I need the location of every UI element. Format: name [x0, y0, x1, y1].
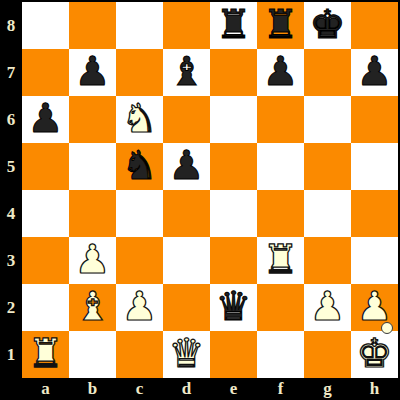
square-b4[interactable] — [69, 190, 116, 237]
square-b1[interactable] — [69, 331, 116, 378]
square-b8[interactable] — [69, 2, 116, 49]
file-label-b: b — [69, 378, 116, 400]
piece-black-pawn: ♟ — [75, 51, 111, 91]
rank-label-7: 7 — [0, 49, 22, 96]
square-e8[interactable]: ♜ — [210, 2, 257, 49]
file-label-e: e — [210, 378, 257, 400]
square-g5[interactable] — [304, 143, 351, 190]
rank-label-4: 4 — [0, 190, 22, 237]
file-label-d: d — [163, 378, 210, 400]
square-c8[interactable] — [116, 2, 163, 49]
piece-white-rook: ♜ — [28, 333, 64, 373]
chess-diagram: 8♜♜♚7♟♝♟♟6♟♞5♞♟43♟♜2♝♟♛♟♟1♜♛♚abcdefgh — [0, 0, 400, 400]
square-g1[interactable] — [304, 331, 351, 378]
piece-black-pawn: ♟ — [169, 145, 205, 185]
square-a3[interactable] — [22, 237, 69, 284]
square-g6[interactable] — [304, 96, 351, 143]
square-g7[interactable] — [304, 49, 351, 96]
square-d7[interactable]: ♝ — [163, 49, 210, 96]
square-h4[interactable] — [351, 190, 398, 237]
square-b2[interactable]: ♝ — [69, 284, 116, 331]
square-c6[interactable]: ♞ — [116, 96, 163, 143]
square-g3[interactable] — [304, 237, 351, 284]
piece-white-queen: ♛ — [169, 333, 205, 373]
square-h5[interactable] — [351, 143, 398, 190]
square-a7[interactable] — [22, 49, 69, 96]
square-d8[interactable] — [163, 2, 210, 49]
piece-white-knight: ♞ — [122, 98, 158, 138]
square-h6[interactable] — [351, 96, 398, 143]
file-label-h: h — [351, 378, 398, 400]
square-e2[interactable]: ♛ — [210, 284, 257, 331]
square-e7[interactable] — [210, 49, 257, 96]
square-c7[interactable] — [116, 49, 163, 96]
square-d3[interactable] — [163, 237, 210, 284]
square-h3[interactable] — [351, 237, 398, 284]
square-g4[interactable] — [304, 190, 351, 237]
chess-board: 8♜♜♚7♟♝♟♟6♟♞5♞♟43♟♜2♝♟♛♟♟1♜♛♚abcdefgh — [0, 0, 400, 400]
white-to-move-indicator — [381, 322, 393, 334]
rank-label-3: 3 — [0, 237, 22, 284]
piece-white-pawn: ♟ — [357, 286, 393, 326]
piece-white-king: ♚ — [357, 333, 393, 373]
square-g2[interactable]: ♟ — [304, 284, 351, 331]
square-a2[interactable] — [22, 284, 69, 331]
square-c1[interactable] — [116, 331, 163, 378]
square-e3[interactable] — [210, 237, 257, 284]
square-a4[interactable] — [22, 190, 69, 237]
square-c2[interactable]: ♟ — [116, 284, 163, 331]
square-a1[interactable]: ♜ — [22, 331, 69, 378]
square-f6[interactable] — [257, 96, 304, 143]
square-d4[interactable] — [163, 190, 210, 237]
frame-corner — [0, 378, 22, 400]
square-c4[interactable] — [116, 190, 163, 237]
square-d1[interactable]: ♛ — [163, 331, 210, 378]
piece-black-pawn: ♟ — [357, 51, 393, 91]
piece-black-bishop: ♝ — [169, 51, 205, 91]
piece-black-queen: ♛ — [216, 286, 252, 326]
square-f3[interactable]: ♜ — [257, 237, 304, 284]
square-e1[interactable] — [210, 331, 257, 378]
piece-black-pawn: ♟ — [263, 51, 299, 91]
file-label-a: a — [22, 378, 69, 400]
square-f2[interactable] — [257, 284, 304, 331]
piece-black-rook: ♜ — [216, 4, 252, 44]
rank-label-6: 6 — [0, 96, 22, 143]
square-h8[interactable] — [351, 2, 398, 49]
square-d5[interactable]: ♟ — [163, 143, 210, 190]
square-h7[interactable]: ♟ — [351, 49, 398, 96]
square-b7[interactable]: ♟ — [69, 49, 116, 96]
square-d2[interactable] — [163, 284, 210, 331]
rank-label-2: 2 — [0, 284, 22, 331]
square-a5[interactable] — [22, 143, 69, 190]
piece-black-knight: ♞ — [122, 145, 158, 185]
square-e6[interactable] — [210, 96, 257, 143]
square-a8[interactable] — [22, 2, 69, 49]
piece-white-bishop: ♝ — [75, 286, 111, 326]
square-a6[interactable]: ♟ — [22, 96, 69, 143]
piece-white-pawn: ♟ — [310, 286, 346, 326]
square-f4[interactable] — [257, 190, 304, 237]
square-b5[interactable] — [69, 143, 116, 190]
piece-black-king: ♚ — [310, 4, 346, 44]
square-f7[interactable]: ♟ — [257, 49, 304, 96]
rank-label-1: 1 — [0, 331, 22, 378]
piece-white-pawn: ♟ — [75, 239, 111, 279]
square-b3[interactable]: ♟ — [69, 237, 116, 284]
square-h1[interactable]: ♚ — [351, 331, 398, 378]
piece-black-rook: ♜ — [263, 4, 299, 44]
file-label-c: c — [116, 378, 163, 400]
square-f1[interactable] — [257, 331, 304, 378]
piece-white-rook: ♜ — [263, 239, 299, 279]
square-g8[interactable]: ♚ — [304, 2, 351, 49]
rank-label-8: 8 — [0, 2, 22, 49]
piece-white-pawn: ♟ — [122, 286, 158, 326]
square-c5[interactable]: ♞ — [116, 143, 163, 190]
square-f8[interactable]: ♜ — [257, 2, 304, 49]
square-c3[interactable] — [116, 237, 163, 284]
square-e5[interactable] — [210, 143, 257, 190]
square-d6[interactable] — [163, 96, 210, 143]
piece-black-pawn: ♟ — [28, 98, 64, 138]
square-e4[interactable] — [210, 190, 257, 237]
rank-label-5: 5 — [0, 143, 22, 190]
file-label-f: f — [257, 378, 304, 400]
square-b6[interactable] — [69, 96, 116, 143]
file-label-g: g — [304, 378, 351, 400]
square-f5[interactable] — [257, 143, 304, 190]
